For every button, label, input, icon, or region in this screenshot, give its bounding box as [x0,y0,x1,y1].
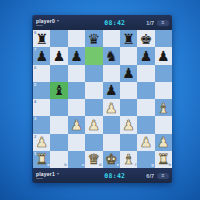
square-d3[interactable]: ♟ [85,116,102,133]
bottom-menu-button[interactable]: ≡ [157,173,169,179]
app-background: player0 ▾ 08:42 1/7 ≡ ♜8♛♜♚♟7♟♟♞♟♟6♟5♝♟4… [0,0,200,200]
black-king-piece: ♚ [140,31,153,45]
square-c5[interactable] [68,82,85,99]
top-menu-button[interactable]: ≡ [157,20,169,26]
rank-label-7: 7 [34,48,36,52]
white-rook-piece: ♜ [157,152,170,166]
square-a4[interactable]: 4 [33,99,50,116]
square-h2[interactable]: ♟ [155,134,172,151]
square-h3[interactable] [155,116,172,133]
square-d6[interactable] [85,65,102,82]
square-f7[interactable] [120,47,137,64]
square-c3[interactable]: ♟ [68,116,85,133]
square-a7[interactable]: ♟7 [33,47,50,64]
white-pawn-piece: ♟ [105,100,118,114]
rank-label-3: 3 [34,117,36,121]
menu-icon: ≡ [162,20,165,25]
opponent-bar: player0 ▾ 08:42 1/7 ≡ [33,15,172,30]
rank-label-5: 5 [34,83,36,87]
square-h7[interactable]: ♟ [155,47,172,64]
black-rook-piece: ♜ [35,31,48,45]
square-f4[interactable] [120,99,137,116]
file-label-d: d [99,163,101,167]
chevron-down-icon: ▾ [57,172,59,176]
rank-label-4: 4 [34,100,36,104]
player-bar: player1 ▾ 08:42 6/7 ≡ [33,168,172,183]
square-e7[interactable]: ♞ [103,47,120,64]
square-e3[interactable] [103,116,120,133]
square-b4[interactable] [50,99,67,116]
white-pawn-piece: ♟ [88,117,101,131]
white-pawn-piece: ♟ [157,135,170,149]
black-pawn-piece: ♟ [35,48,48,62]
white-pawn-piece: ♟ [70,117,83,131]
file-label-b: b [64,163,66,167]
file-label-c: c [82,163,84,167]
file-label-g: g [151,163,153,167]
file-label-e: e [117,163,119,167]
white-pawn-piece: ♟ [35,135,48,149]
square-d2[interactable] [85,134,102,151]
player-counter: 6/7 [146,173,154,179]
square-b3[interactable] [50,116,67,133]
opponent-name: player0 [36,19,55,24]
black-pawn-piece: ♟ [122,66,135,80]
black-pawn-piece: ♟ [140,48,153,62]
rank-label-2: 2 [34,135,36,139]
square-c7[interactable]: ♟ [68,47,85,64]
file-label-h: h [169,163,171,167]
square-h1[interactable]: ♜h [155,151,172,168]
white-queen-piece: ♛ [88,152,101,166]
square-h8[interactable] [155,30,172,47]
square-e8[interactable] [103,30,120,47]
square-h6[interactable] [155,65,172,82]
black-pawn-piece: ♟ [157,48,170,62]
black-rook-piece: ♜ [122,31,135,45]
square-g2[interactable]: ♟ [137,134,154,151]
white-pawn-piece: ♟ [122,117,135,131]
square-h5[interactable] [155,82,172,99]
square-g7[interactable]: ♟ [137,47,154,64]
square-a2[interactable]: ♟2 [33,134,50,151]
square-h4[interactable]: ♝ [155,99,172,116]
square-g1[interactable]: g [137,151,154,168]
black-pawn-piece: ♟ [53,48,66,62]
square-g4[interactable] [137,99,154,116]
square-c4[interactable] [68,99,85,116]
square-e5[interactable]: ♟ [103,82,120,99]
chevron-down-icon: ▾ [57,19,59,23]
square-b6[interactable] [50,65,67,82]
square-e1[interactable]: ♚e [103,151,120,168]
square-f1[interactable]: ♝f [120,151,137,168]
square-e6[interactable] [103,65,120,82]
square-a1[interactable]: ♜1a [33,151,50,168]
square-g3[interactable] [137,116,154,133]
white-king-piece: ♚ [105,152,118,166]
square-d4[interactable] [85,99,102,116]
white-bishop-piece: ♝ [122,152,135,166]
square-f3[interactable]: ♟ [120,116,137,133]
square-a8[interactable]: ♜8 [33,30,50,47]
square-c1[interactable]: c [68,151,85,168]
square-c2[interactable] [68,134,85,151]
square-e2[interactable] [103,134,120,151]
chess-app-window: player0 ▾ 08:42 1/7 ≡ ♜8♛♜♚♟7♟♟♞♟♟6♟5♝♟4… [33,15,172,183]
square-d5[interactable] [85,82,102,99]
menu-icon: ≡ [162,173,165,178]
square-d8[interactable]: ♛ [85,30,102,47]
black-pawn-piece: ♟ [105,83,118,97]
file-label-a: a [47,163,49,167]
square-c6[interactable] [68,65,85,82]
square-a5[interactable]: 5 [33,82,50,99]
square-g8[interactable]: ♚ [137,30,154,47]
square-g6[interactable] [137,65,154,82]
white-bishop-piece: ♝ [157,100,170,114]
square-a3[interactable]: 3 [33,116,50,133]
square-g5[interactable] [137,82,154,99]
square-a6[interactable]: 6 [33,65,50,82]
opponent-info[interactable]: player0 ▾ [36,19,59,27]
square-e4[interactable]: ♟ [103,99,120,116]
square-b7[interactable]: ♟ [50,47,67,64]
file-label-f: f [135,163,136,167]
player-clock: 08:42 [104,172,125,180]
square-b8[interactable] [50,30,67,47]
white-pawn-piece: ♟ [140,135,153,149]
black-knight-piece: ♞ [105,48,118,62]
black-queen-piece: ♛ [88,31,101,45]
square-b2[interactable] [50,134,67,151]
square-f8[interactable]: ♜ [120,30,137,47]
opponent-clock: 08:42 [104,19,125,27]
square-d7[interactable] [85,47,102,64]
rank-label-8: 8 [34,31,36,35]
square-f6[interactable]: ♟ [120,65,137,82]
square-b5[interactable]: ♝ [50,82,67,99]
rank-label-6: 6 [34,66,36,70]
square-d1[interactable]: ♛d [85,151,102,168]
opponent-counter: 1/7 [146,20,154,26]
square-f5[interactable] [120,82,137,99]
black-bishop-piece: ♝ [53,83,66,97]
black-pawn-piece: ♟ [70,48,83,62]
square-c8[interactable] [68,30,85,47]
player-info[interactable]: player1 ▾ [36,172,59,180]
player-subline [36,178,43,179]
player-name: player1 [36,172,55,177]
square-b1[interactable]: b [50,151,67,168]
opponent-subline [36,25,43,26]
rank-label-1: 1 [34,152,36,156]
chess-board: ♜8♛♜♚♟7♟♟♞♟♟6♟5♝♟4♟♝3♟♟♟♟2♟♟♜1abc♛d♚e♝fg… [33,30,172,168]
square-f2[interactable] [120,134,137,151]
white-rook-piece: ♜ [35,152,48,166]
